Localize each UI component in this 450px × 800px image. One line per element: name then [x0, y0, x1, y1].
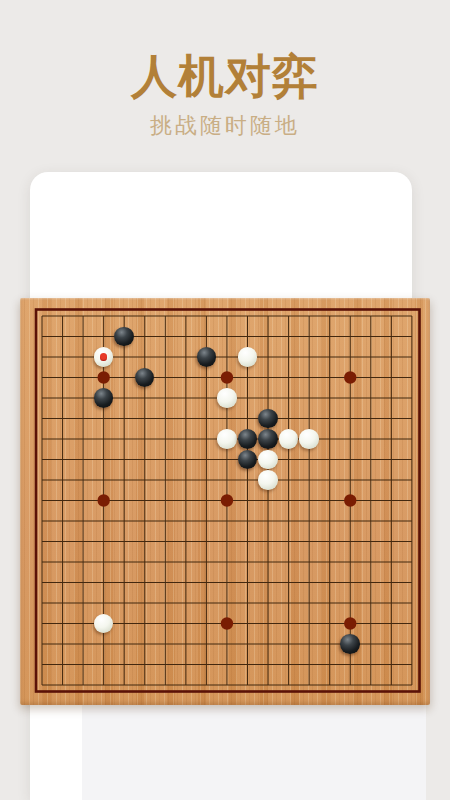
stone-black[interactable]: [340, 634, 360, 654]
stone-white[interactable]: [258, 450, 278, 470]
last-move-marker: [100, 353, 107, 360]
stone-black[interactable]: [135, 368, 155, 388]
stone-black[interactable]: [258, 409, 278, 429]
stone-black[interactable]: [238, 450, 258, 470]
stone-black[interactable]: [114, 327, 134, 347]
stone-black[interactable]: [94, 388, 114, 408]
stone-white[interactable]: [279, 429, 299, 449]
stone-white[interactable]: [299, 429, 319, 449]
stone-white[interactable]: [94, 614, 114, 634]
page-title: 人机对弈: [0, 51, 450, 101]
stone-black[interactable]: [238, 429, 258, 449]
go-board[interactable]: [20, 298, 430, 705]
stone-white[interactable]: [217, 429, 237, 449]
stone-white[interactable]: [258, 470, 278, 490]
stone-black[interactable]: [197, 347, 217, 367]
stone-white[interactable]: [94, 347, 114, 367]
screen: 人机对弈 挑战随时随地 人机对弈: [0, 0, 450, 800]
stone-black[interactable]: [258, 429, 278, 449]
stone-white[interactable]: [238, 347, 258, 367]
stone-grid: [32, 306, 422, 696]
stone-white[interactable]: [217, 388, 237, 408]
page-subtitle: 挑战随时随地: [0, 114, 450, 138]
